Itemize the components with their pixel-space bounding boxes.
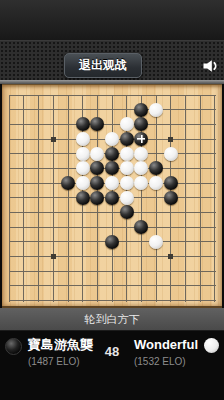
white-stone [76, 147, 90, 161]
white-stone [134, 161, 148, 175]
exit-spectate-button[interactable]: 退出观战 [64, 53, 142, 78]
black-stone [90, 117, 104, 131]
white-stone [120, 191, 134, 205]
white-stone [120, 176, 134, 190]
black-stone-icon [5, 338, 22, 355]
black-stone [164, 176, 178, 190]
black-stone [120, 205, 134, 219]
black-stone [90, 176, 104, 190]
black-stone [76, 117, 90, 131]
move-counter: 48 [101, 344, 123, 359]
white-stone [149, 176, 163, 190]
black-stone [105, 191, 119, 205]
status-bar: 轮到白方下 [0, 308, 224, 331]
white-stone [134, 147, 148, 161]
white-player-name: Wonderful [134, 337, 198, 353]
white-stone [76, 176, 90, 190]
turn-status-text: 轮到白方下 [85, 313, 140, 325]
white-player-elo: (1532 ELO) [134, 356, 186, 368]
speaker-icon[interactable] [201, 56, 221, 76]
black-stone [120, 132, 134, 146]
black-stone [105, 235, 119, 249]
white-stone [105, 176, 119, 190]
black-stone [90, 191, 104, 205]
white-stone [120, 117, 134, 131]
black-player-name: 寶島游魚龑 [28, 337, 93, 353]
black-player: 寶島游魚龑 (1487 ELO) [5, 337, 101, 368]
black-player-elo: (1487 ELO) [28, 356, 93, 368]
white-stone [120, 147, 134, 161]
black-stone [105, 161, 119, 175]
white-stone [76, 161, 90, 175]
black-stone [134, 117, 148, 131]
app-screen: 退出观战 轮到白方下 寶島游魚龑 (1487 ELO) 48 Wonderful… [0, 0, 224, 400]
last-move-marker [137, 135, 145, 143]
white-stone [134, 176, 148, 190]
black-stone [134, 103, 148, 117]
black-stone [164, 191, 178, 205]
black-stone [76, 191, 90, 205]
white-stone [120, 161, 134, 175]
white-stone [164, 147, 178, 161]
star-point [51, 137, 56, 142]
star-point [168, 254, 173, 259]
black-stone [149, 161, 163, 175]
toolbar: 退出观战 [0, 40, 224, 80]
white-stone-icon [204, 338, 219, 353]
white-stone [149, 103, 163, 117]
game-board[interactable] [2, 84, 222, 308]
white-stone [90, 147, 104, 161]
star-point [51, 254, 56, 259]
black-stone [61, 176, 75, 190]
white-stone [149, 235, 163, 249]
header [0, 0, 224, 40]
black-stone [134, 220, 148, 234]
white-stone [105, 132, 119, 146]
white-player: Wonderful (1532 ELO) [123, 337, 219, 368]
white-stone [76, 132, 90, 146]
black-stone [90, 161, 104, 175]
black-stone [105, 147, 119, 161]
star-point [168, 137, 173, 142]
player-bar: 寶島游魚龑 (1487 ELO) 48 Wonderful (1532 ELO) [0, 331, 224, 400]
